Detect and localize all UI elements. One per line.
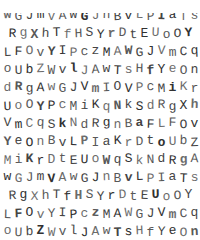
letter-row-6: UoOYPcMiKqNkSdRgXh	[2, 97, 200, 115]
letter-cell: g	[18, 24, 30, 42]
letter-cell: Y	[183, 24, 195, 42]
letter-cell: J	[79, 224, 91, 240]
letter-cell: E	[139, 25, 150, 43]
letter-cell: g	[18, 186, 29, 204]
letter-cell: Y	[156, 61, 167, 79]
letter-cell: A	[90, 61, 102, 79]
letter-cell: O	[24, 204, 35, 222]
letter-cell: Y	[156, 223, 168, 240]
letter-cell: A	[112, 43, 123, 61]
letter-cell: o	[13, 97, 24, 115]
letter-cell: W	[123, 204, 135, 222]
letter-cell: b	[24, 223, 36, 240]
letter-cell: L	[68, 133, 79, 151]
letter-cell: c	[79, 43, 91, 61]
letter-cell: I	[156, 169, 168, 187]
top-crop-mask	[0, 0, 200, 13]
letter-cell: v	[123, 169, 135, 187]
letter-cell: V	[2, 114, 13, 132]
letter-grid-page: wGJmVAwGJnBvLPIaTsRgXhTfHSYrDtEUoOYLFOvY…	[0, 0, 200, 240]
letter-cell: c	[57, 96, 69, 114]
letter-cell: V	[79, 78, 90, 96]
letter-cell: D	[117, 24, 128, 42]
letter-cell: C	[178, 43, 189, 61]
letter-cell: s	[123, 223, 134, 240]
letter-cell: N	[112, 97, 124, 115]
letter-cell: l	[68, 222, 79, 240]
letter-cell: H	[134, 60, 145, 78]
letter-cell: T	[51, 24, 62, 42]
letter-cell: D	[46, 151, 57, 169]
letter-cell: A	[189, 150, 200, 168]
letter-cell: P	[134, 79, 145, 97]
letter-cell: h	[189, 96, 200, 114]
letter-cell: a	[167, 168, 178, 186]
letter-cell: r	[106, 187, 117, 205]
letter-row-5: dRgAwGJVmIOVPcMiKr	[2, 79, 200, 97]
letter-cell: K	[90, 96, 101, 114]
letter-row-7: VmCqSkNdRgnBaFLFOv	[2, 115, 200, 133]
letter-cell: n	[189, 61, 200, 79]
letter-cell: J	[90, 169, 101, 187]
letter-cell: f	[145, 224, 156, 240]
letter-cell: K	[178, 78, 190, 96]
letter-row-8: YeOnBvLPIaKrDtoUbZ	[2, 133, 200, 151]
letter-cell: F	[13, 205, 25, 223]
letter-cell: C	[24, 115, 35, 133]
letter-cell: q	[189, 42, 200, 60]
letter-cell: T	[112, 224, 123, 240]
letter-cell: P	[46, 97, 57, 115]
letter-cell: w	[101, 60, 112, 78]
letter-cell: V	[156, 42, 168, 60]
letter-cell: k	[57, 115, 68, 133]
letter-grid: wGJmVAwGJnBvLPIaTsRgXhTfHSYrDtEUoOYLFOvY…	[2, 7, 200, 240]
letter-cell: d	[2, 79, 13, 97]
letter-cell: K	[24, 150, 35, 168]
letter-cell: n	[189, 223, 200, 240]
letter-cell: w	[46, 78, 58, 96]
letter-cell: z	[90, 42, 101, 60]
letter-cell: Y	[46, 205, 57, 223]
letter-cell: s	[123, 61, 134, 79]
letter-cell: w	[101, 222, 113, 240]
letter-cell: w	[68, 168, 80, 186]
letter-cell: I	[57, 204, 68, 222]
letter-cell: J	[145, 205, 157, 223]
letter-row-4: oUbZWvlJAwTsHfYeOn	[2, 61, 200, 79]
letter-row-3: LFOvYIPczMAWGJVmCq	[2, 43, 200, 61]
letter-cell: a	[101, 133, 113, 151]
letter-cell: b	[178, 132, 189, 150]
letter-cell: U	[167, 133, 178, 151]
letter-cell: c	[79, 205, 90, 223]
letter-cell: v	[57, 223, 68, 240]
letter-cell: q	[112, 151, 124, 169]
letter-cell: O	[172, 25, 183, 43]
letter-cell: b	[24, 61, 35, 79]
letter-cell: v	[189, 115, 200, 133]
letter-cell: i	[79, 97, 91, 115]
letter-cell: I	[57, 42, 68, 60]
letter-cell: H	[73, 25, 85, 43]
letter-cell: L	[134, 168, 145, 186]
letter-cell: J	[24, 169, 35, 187]
letter-cell: e	[167, 60, 179, 78]
letter-cell: E	[139, 187, 151, 205]
letter-cell: R	[156, 96, 167, 114]
letter-cell: A	[57, 169, 68, 187]
letter-cell: B	[123, 115, 135, 133]
letter-cell: t	[145, 132, 156, 150]
letter-cell: d	[145, 97, 156, 115]
letter-cell: A	[90, 223, 101, 240]
letter-cell: B	[46, 132, 58, 150]
letter-cell: V	[156, 204, 167, 222]
letter-cell: L	[156, 115, 167, 133]
letter-cell: Z	[35, 60, 47, 78]
letter-cell: Y	[46, 43, 58, 61]
letter-cell: e	[167, 222, 178, 240]
letter-cell: l	[68, 60, 79, 78]
letter-cell: U	[150, 186, 161, 204]
letter-cell: A	[35, 79, 46, 97]
letter-cell: R	[7, 25, 18, 43]
letter-cell: S	[123, 150, 134, 168]
letter-cell: t	[57, 150, 69, 168]
letter-cell: g	[101, 114, 112, 132]
letter-cell: U	[13, 224, 24, 240]
letter-cell: a	[134, 114, 145, 132]
letter-cell: H	[134, 222, 146, 240]
letter-cell: Z	[35, 222, 46, 240]
letter-cell: q	[35, 114, 47, 132]
letter-cell: A	[112, 205, 123, 223]
letter-cell: W	[46, 224, 58, 240]
letter-row-12: LFOvYIPczMAWGJVmCq	[2, 205, 200, 223]
letter-cell: K	[112, 132, 123, 150]
letter-row-2: RgXhTfHSYrDtEUoOY	[2, 25, 200, 43]
letter-row-11: RgXhTfHSYrDtEUoOY	[2, 187, 200, 205]
letter-cell: O	[24, 96, 36, 114]
letter-cell: O	[112, 78, 123, 96]
letter-cell: Y	[2, 133, 13, 151]
letter-cell: F	[167, 114, 178, 132]
letter-cell: J	[145, 43, 156, 61]
letter-cell: v	[57, 61, 69, 79]
letter-cell: z	[90, 204, 102, 222]
letter-cell: D	[134, 133, 146, 151]
letter-cell: W	[123, 42, 134, 60]
letter-cell: I	[101, 79, 113, 97]
letter-cell: m	[35, 168, 46, 186]
letter-cell: T	[51, 186, 62, 204]
letter-cell: P	[79, 132, 91, 150]
letter-cell: o	[2, 222, 13, 240]
letter-cell: F	[13, 43, 24, 61]
letter-cell: k	[123, 96, 134, 114]
letter-cell: o	[2, 60, 14, 78]
letter-cell: J	[68, 79, 80, 97]
letter-cell: R	[13, 78, 25, 96]
letter-cell: N	[145, 151, 157, 169]
letter-cell: O	[24, 42, 36, 60]
letter-cell: R	[7, 187, 19, 205]
letter-cell: H	[73, 187, 84, 205]
letter-cell: c	[145, 78, 156, 96]
letter-row-13: oUbZWvlJAwTsHfYeOn	[2, 223, 200, 240]
letter-cell: d	[156, 150, 167, 168]
letter-row-10: wGJmVAwGJnBvLPIaTs	[2, 169, 200, 187]
letter-cell: C	[178, 205, 190, 223]
letter-cell: n	[101, 168, 113, 186]
letter-cell: U	[150, 24, 162, 42]
letter-row-9: MiKrDtEUoWqSkNdRgA	[2, 151, 200, 169]
letter-cell: S	[84, 186, 96, 204]
letter-cell: Y	[183, 186, 194, 204]
letter-cell: U	[79, 151, 90, 169]
letter-cell: O	[178, 224, 189, 240]
letter-cell: S	[84, 24, 95, 42]
letter-cell: w	[2, 168, 13, 186]
letter-cell: i	[13, 151, 24, 169]
letter-cell: i	[167, 79, 178, 97]
letter-cell: h	[40, 25, 52, 43]
letter-cell: R	[90, 115, 102, 133]
letter-cell: D	[117, 186, 129, 204]
letter-cell: O	[172, 187, 184, 205]
letter-cell: o	[90, 150, 102, 168]
letter-cell: N	[68, 114, 80, 132]
letter-cell: n	[35, 133, 46, 151]
letter-cell: g	[178, 151, 189, 169]
letter-cell: h	[40, 187, 51, 205]
letter-cell: r	[106, 25, 117, 43]
letter-cell: s	[189, 169, 200, 187]
letter-cell: e	[13, 132, 24, 150]
letter-cell: q	[189, 204, 200, 222]
letter-cell: X	[178, 97, 189, 115]
